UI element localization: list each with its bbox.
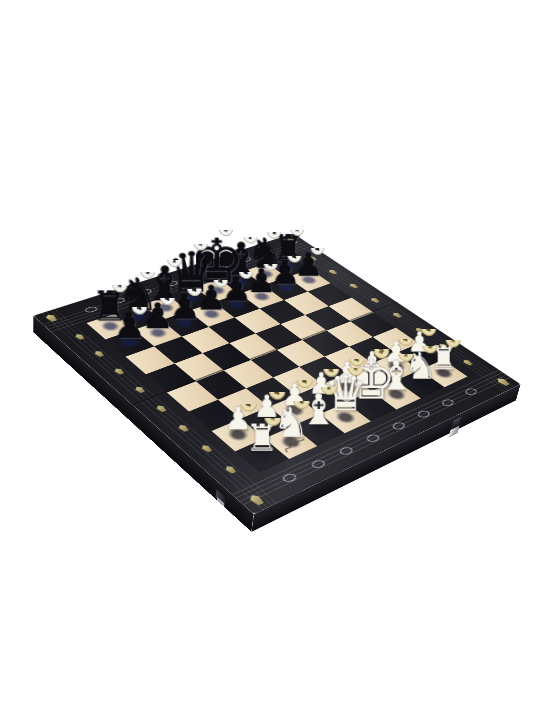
gold-ornament-icon <box>73 333 86 340</box>
piece-figure: ♟♟ <box>107 307 152 343</box>
gold-ornament-icon <box>177 424 191 433</box>
gold-ornament-icon <box>223 465 237 475</box>
gold-ornament-icon <box>113 367 126 375</box>
oval-ring-ornament-icon <box>391 421 408 431</box>
gold-ornament-icon <box>369 297 381 303</box>
oval-ring-ornament-icon <box>310 459 328 470</box>
oval-ring-ornament-icon <box>440 398 456 407</box>
oval-ring-ornament-icon <box>281 472 299 483</box>
gold-ornament-icon <box>154 404 168 412</box>
gold-ornament-icon <box>93 350 106 358</box>
oval-ring-ornament-icon <box>416 409 432 418</box>
gold-ornament-icon <box>200 444 214 453</box>
gold-ornament-icon <box>133 385 146 393</box>
oval-ring-ornament-icon <box>365 433 382 443</box>
gold-ornament-icon <box>348 283 359 289</box>
product-photo: ♜♜♞♞♝♝♛♛♚♚♝♝♞♞♜♜♟♟♟♟♟♟♟♟♟♟♟♟♟♟♟♟♟♟♟♟♟♟♟♟… <box>0 0 540 720</box>
gold-ornament-icon <box>391 312 403 318</box>
oval-ring-ornament-icon <box>463 387 479 396</box>
chess-board: ♜♜♞♞♝♝♛♛♚♚♝♝♞♞♜♜♟♟♟♟♟♟♟♟♟♟♟♟♟♟♟♟♟♟♟♟♟♟♟♟… <box>33 234 520 515</box>
clasp-latch-far-icon <box>447 417 462 441</box>
oval-ring-ornament-icon <box>338 446 355 456</box>
piece-figure: ♜♜ <box>237 418 287 455</box>
clasp-metal-plate <box>449 426 460 437</box>
clasp-latch-near-icon <box>215 488 227 513</box>
scene: ♜♜♞♞♝♝♛♛♚♚♝♝♞♞♜♜♟♟♟♟♟♟♟♟♟♟♟♟♟♟♟♟♟♟♟♟♟♟♟♟… <box>0 0 540 720</box>
board-perspective-wrapper: ♜♜♞♞♝♝♛♛♚♚♝♝♞♞♜♜♟♟♟♟♟♟♟♟♟♟♟♟♟♟♟♟♟♟♟♟♟♟♟♟… <box>0 0 540 720</box>
